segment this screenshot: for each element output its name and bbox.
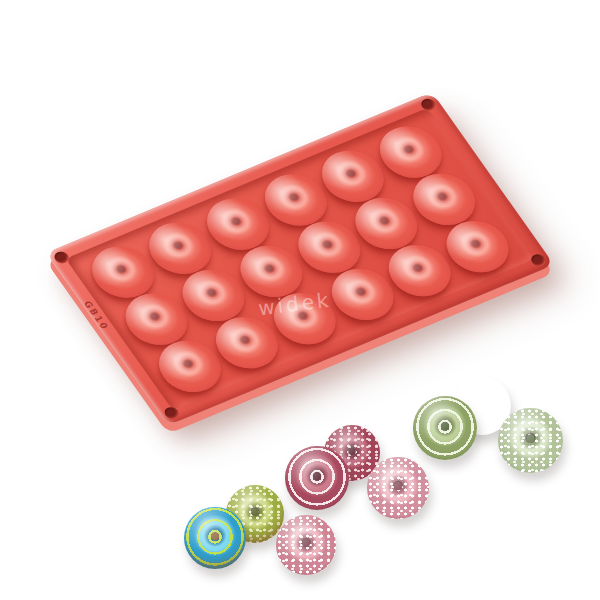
pale-green-sprinkle-donut <box>498 408 563 473</box>
mold-plate <box>65 108 534 410</box>
teal-drizzle-donut <box>184 507 246 569</box>
pink-sprinkle-donut-right <box>367 457 429 519</box>
corner-hole <box>162 405 181 421</box>
raspberry-drizzle-donut <box>285 446 349 510</box>
product-photo: GB10 widek <box>0 0 600 600</box>
pink-sprinkle-donut-front <box>276 515 336 575</box>
sage-drizzle-donut <box>413 396 477 460</box>
donut-mold: GB10 <box>46 92 554 425</box>
